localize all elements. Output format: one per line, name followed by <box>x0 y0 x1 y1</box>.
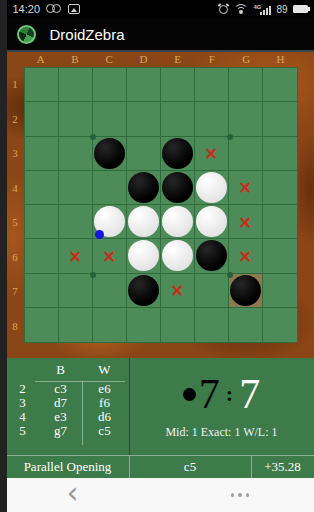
star-point <box>227 134 233 140</box>
cell-g8[interactable] <box>229 308 263 342</box>
cell-f5[interactable] <box>195 205 229 239</box>
move-list-header: B W <box>7 363 129 377</box>
cell-e7[interactable]: × <box>161 274 195 308</box>
row-label-3: 3 <box>7 136 24 171</box>
row-labels: 12345678 <box>7 67 24 343</box>
cell-c2[interactable] <box>93 102 127 136</box>
column-label-d: D <box>126 53 160 67</box>
move-row: 3 d7 f6 <box>7 396 129 410</box>
move-number: 4 <box>7 410 39 424</box>
black-disc <box>162 172 193 203</box>
cell-b8[interactable] <box>59 308 93 342</box>
cell-d5[interactable] <box>127 205 161 239</box>
legal-move-marker: × <box>102 246 116 266</box>
alarm-icon <box>218 4 229 15</box>
move-number: 3 <box>7 396 39 410</box>
white-score: 7 <box>239 373 260 415</box>
column-label-e: E <box>161 53 195 67</box>
cell-h7[interactable] <box>263 274 297 308</box>
cell-e5[interactable] <box>161 205 195 239</box>
cell-f7[interactable] <box>195 274 229 308</box>
cell-e8[interactable] <box>161 308 195 342</box>
column-label-c: C <box>92 53 126 67</box>
cell-b7[interactable] <box>59 274 93 308</box>
move-row: 2 c3 e6 <box>7 382 129 396</box>
cell-e6[interactable] <box>161 239 195 273</box>
column-label-g: G <box>229 53 263 67</box>
cell-h4[interactable] <box>263 171 297 205</box>
row-label-1: 1 <box>7 67 24 102</box>
network-type-label: 4G <box>253 4 261 10</box>
legal-move-marker: × <box>204 143 218 163</box>
white-move: d6 <box>83 410 127 424</box>
cell-d4[interactable] <box>127 171 161 205</box>
white-column-header: W <box>83 363 127 377</box>
cell-a7[interactable] <box>25 274 59 308</box>
column-label-h: H <box>263 53 297 67</box>
cell-c7[interactable] <box>93 274 127 308</box>
white-move: f6 <box>83 396 127 410</box>
star-point <box>90 134 96 140</box>
cell-f1[interactable] <box>195 68 229 102</box>
black-disc <box>230 275 261 306</box>
white-disc <box>128 240 159 271</box>
black-disc <box>128 172 159 203</box>
app-bar: DroidZebra <box>7 18 314 52</box>
black-move: g7 <box>39 424 83 438</box>
move-number: 2 <box>7 382 39 396</box>
cell-e1[interactable] <box>161 68 195 102</box>
cell-c6[interactable]: × <box>93 239 127 273</box>
cell-a8[interactable] <box>25 308 59 342</box>
cell-e4[interactable] <box>161 171 195 205</box>
cell-g7[interactable] <box>229 274 263 308</box>
move-row: 4 e3 d6 <box>7 410 129 424</box>
move-number: 5 <box>7 424 39 438</box>
legal-move-marker: × <box>238 177 252 197</box>
engine-depth-info: Mid: 1 Exact: 1 W/L: 1 <box>165 425 277 440</box>
black-to-move-dot <box>183 388 196 401</box>
cell-f4[interactable] <box>195 171 229 205</box>
cell-b4[interactable] <box>59 171 93 205</box>
legal-move-marker: × <box>238 212 252 232</box>
cell-h1[interactable] <box>263 68 297 102</box>
cell-f2[interactable] <box>195 102 229 136</box>
row-label-4: 4 <box>7 171 24 206</box>
eval-bar: Parallel Opening c5 +35.28 <box>7 455 314 478</box>
cell-g5[interactable]: × <box>229 205 263 239</box>
info-panel: B W 2 c3 e6 3 d7 f6 4 e3 d6 <box>7 358 314 455</box>
black-disc <box>94 138 125 169</box>
black-score: 7 <box>199 373 220 415</box>
cell-e3[interactable] <box>161 137 195 171</box>
column-label-a: A <box>24 53 58 67</box>
white-disc <box>196 206 227 237</box>
back-icon[interactable]: ‹ <box>67 476 79 510</box>
cell-f8[interactable] <box>195 308 229 342</box>
black-move: c3 <box>39 382 83 396</box>
cell-d8[interactable] <box>127 308 161 342</box>
score-separator: : <box>226 383 233 405</box>
cell-a1[interactable] <box>25 68 59 102</box>
cell-g3[interactable] <box>229 137 263 171</box>
wifi-icon <box>234 4 248 15</box>
white-move: c5 <box>83 424 127 438</box>
row-label-5: 5 <box>7 205 24 240</box>
battery-percent-text: 89 <box>276 4 287 15</box>
board-frame: ABCDEFGH 12345678 ××××××× <box>7 52 314 358</box>
cell-b2[interactable] <box>59 102 93 136</box>
row-label-2: 2 <box>7 102 24 137</box>
cell-b3[interactable] <box>59 137 93 171</box>
cell-d7[interactable] <box>127 274 161 308</box>
legal-move-marker: × <box>238 246 252 266</box>
cell-d2[interactable] <box>127 102 161 136</box>
white-move: e6 <box>83 382 127 396</box>
cell-a3[interactable] <box>25 137 59 171</box>
row-label-6: 6 <box>7 240 24 275</box>
cell-h2[interactable] <box>263 102 297 136</box>
signal-icon: 4G <box>253 4 271 15</box>
black-move: e3 <box>39 410 83 424</box>
phone-screen: 14:20 4G 89 DroidZebra ABCDEFGH 12345678… <box>7 0 314 512</box>
column-labels: ABCDEFGH <box>24 53 298 67</box>
move-row: 5 g7 c5 <box>7 424 129 438</box>
current-move: c5 <box>130 456 252 478</box>
last-move-marker <box>95 230 104 239</box>
cell-e2[interactable] <box>161 102 195 136</box>
battery-icon <box>293 5 308 13</box>
star-point <box>227 272 233 278</box>
image-icon <box>68 4 80 14</box>
row-label-8: 8 <box>7 309 24 344</box>
cell-f3[interactable]: × <box>195 137 229 171</box>
cell-c1[interactable] <box>93 68 127 102</box>
cell-c3[interactable] <box>93 137 127 171</box>
black-move: d7 <box>39 396 83 410</box>
cell-d6[interactable] <box>127 239 161 273</box>
cell-b5[interactable] <box>59 205 93 239</box>
cell-d3[interactable] <box>127 137 161 171</box>
legal-move-marker: × <box>170 280 184 300</box>
cell-g6[interactable]: × <box>229 239 263 273</box>
cell-a4[interactable] <box>25 171 59 205</box>
cell-d1[interactable] <box>127 68 161 102</box>
black-disc <box>128 275 159 306</box>
navigation-bar: ‹ <box>7 478 314 512</box>
row-label-7: 7 <box>7 274 24 309</box>
cell-b6[interactable]: × <box>59 239 93 273</box>
app-title: DroidZebra <box>50 26 125 43</box>
score-panel: 7 : 7 Mid: 1 Exact: 1 W/L: 1 <box>130 358 314 455</box>
more-icon[interactable] <box>231 493 250 497</box>
black-disc <box>196 240 227 271</box>
move-list[interactable]: B W 2 c3 e6 3 d7 f6 4 e3 d6 <box>7 358 130 455</box>
cell-c8[interactable] <box>93 308 127 342</box>
white-disc <box>162 206 193 237</box>
black-disc <box>162 138 193 169</box>
cell-h6[interactable] <box>263 239 297 273</box>
cell-a2[interactable] <box>25 102 59 136</box>
legal-move-marker: × <box>68 246 82 266</box>
evaluation-value: +35.28 <box>252 456 314 478</box>
star-point <box>90 272 96 278</box>
status-bar: 14:20 4G 89 <box>7 0 314 18</box>
column-label-b: B <box>58 53 92 67</box>
column-divider <box>82 381 83 445</box>
white-disc <box>196 172 227 203</box>
cell-g4[interactable]: × <box>229 171 263 205</box>
cell-h8[interactable] <box>263 308 297 342</box>
cell-c4[interactable] <box>93 171 127 205</box>
board-grid: ××××××× <box>24 67 298 343</box>
header-underline <box>35 381 125 382</box>
cell-a5[interactable] <box>25 205 59 239</box>
circles-icon <box>46 4 62 14</box>
column-label-f: F <box>195 53 229 67</box>
cell-g2[interactable] <box>229 102 263 136</box>
cell-g1[interactable] <box>229 68 263 102</box>
white-disc <box>162 240 193 271</box>
cell-b1[interactable] <box>59 68 93 102</box>
cell-f6[interactable] <box>195 239 229 273</box>
black-column-header: B <box>39 363 83 377</box>
cell-h5[interactable] <box>263 205 297 239</box>
cell-a6[interactable] <box>25 239 59 273</box>
cell-h3[interactable] <box>263 137 297 171</box>
white-disc <box>128 206 159 237</box>
clock-text: 14:20 <box>13 3 41 15</box>
droidzebra-logo-icon <box>17 25 36 44</box>
